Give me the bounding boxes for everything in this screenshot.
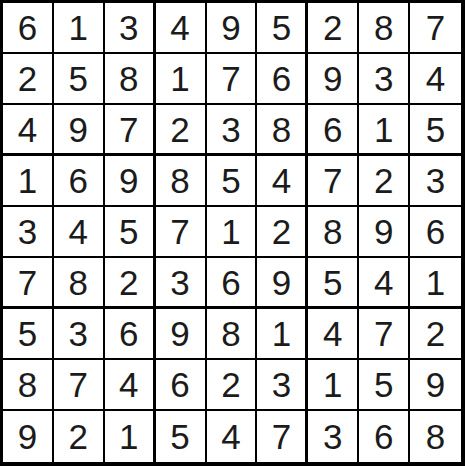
- cell-r6c5[interactable]: 6: [207, 258, 258, 309]
- cell-r4c2[interactable]: 6: [54, 156, 105, 207]
- cell-r3c8[interactable]: 1: [359, 105, 410, 156]
- cell-r1c1[interactable]: 6: [3, 3, 54, 54]
- cell-r7c5[interactable]: 8: [207, 309, 258, 360]
- cell-r2c2[interactable]: 5: [54, 54, 105, 105]
- cell-r9c8[interactable]: 6: [359, 411, 410, 462]
- cell-r1c2[interactable]: 1: [54, 3, 105, 54]
- cell-r9c4[interactable]: 5: [156, 411, 207, 462]
- cell-r2c4[interactable]: 1: [156, 54, 207, 105]
- cell-r4c9[interactable]: 3: [410, 156, 461, 207]
- cell-r1c6[interactable]: 5: [257, 3, 308, 54]
- cell-r2c3[interactable]: 8: [105, 54, 156, 105]
- cell-r5c5[interactable]: 1: [207, 207, 258, 258]
- cell-r4c5[interactable]: 5: [207, 156, 258, 207]
- cell-r7c9[interactable]: 2: [410, 309, 461, 360]
- cell-r1c5[interactable]: 9: [207, 3, 258, 54]
- cell-r7c1[interactable]: 5: [3, 309, 54, 360]
- cell-r9c7[interactable]: 3: [308, 411, 359, 462]
- cell-r5c1[interactable]: 3: [3, 207, 54, 258]
- cell-r3c3[interactable]: 7: [105, 105, 156, 156]
- cell-r3c6[interactable]: 8: [257, 105, 308, 156]
- cell-r8c6[interactable]: 3: [257, 360, 308, 411]
- cell-r7c6[interactable]: 1: [257, 309, 308, 360]
- cell-r7c3[interactable]: 6: [105, 309, 156, 360]
- cell-r3c5[interactable]: 3: [207, 105, 258, 156]
- cell-r8c1[interactable]: 8: [3, 360, 54, 411]
- cell-r6c9[interactable]: 1: [410, 258, 461, 309]
- cell-r8c9[interactable]: 9: [410, 360, 461, 411]
- cell-r7c7[interactable]: 4: [308, 309, 359, 360]
- cell-r3c4[interactable]: 2: [156, 105, 207, 156]
- cell-r2c5[interactable]: 7: [207, 54, 258, 105]
- cell-r8c5[interactable]: 2: [207, 360, 258, 411]
- cell-r8c2[interactable]: 7: [54, 360, 105, 411]
- cell-r4c6[interactable]: 4: [257, 156, 308, 207]
- cell-r5c2[interactable]: 4: [54, 207, 105, 258]
- cell-r7c4[interactable]: 9: [156, 309, 207, 360]
- cell-r9c5[interactable]: 4: [207, 411, 258, 462]
- cell-r2c6[interactable]: 6: [257, 54, 308, 105]
- cell-r5c9[interactable]: 6: [410, 207, 461, 258]
- cell-r4c8[interactable]: 2: [359, 156, 410, 207]
- cell-r8c4[interactable]: 6: [156, 360, 207, 411]
- cell-r1c4[interactable]: 4: [156, 3, 207, 54]
- cell-r4c1[interactable]: 1: [3, 156, 54, 207]
- cell-r6c8[interactable]: 4: [359, 258, 410, 309]
- cell-r8c8[interactable]: 5: [359, 360, 410, 411]
- cell-r9c1[interactable]: 9: [3, 411, 54, 462]
- cell-r6c4[interactable]: 3: [156, 258, 207, 309]
- cell-r4c7[interactable]: 7: [308, 156, 359, 207]
- cell-r6c1[interactable]: 7: [3, 258, 54, 309]
- cell-r4c3[interactable]: 9: [105, 156, 156, 207]
- cell-r9c2[interactable]: 2: [54, 411, 105, 462]
- cell-r4c4[interactable]: 8: [156, 156, 207, 207]
- cell-r8c7[interactable]: 1: [308, 360, 359, 411]
- cell-r6c6[interactable]: 9: [257, 258, 308, 309]
- cell-r2c9[interactable]: 4: [410, 54, 461, 105]
- cell-r6c3[interactable]: 2: [105, 258, 156, 309]
- cell-r6c7[interactable]: 5: [308, 258, 359, 309]
- cell-r3c9[interactable]: 5: [410, 105, 461, 156]
- cell-r1c7[interactable]: 2: [308, 3, 359, 54]
- cell-r5c7[interactable]: 8: [308, 207, 359, 258]
- cell-r9c3[interactable]: 1: [105, 411, 156, 462]
- cell-r7c8[interactable]: 7: [359, 309, 410, 360]
- cell-r5c3[interactable]: 5: [105, 207, 156, 258]
- cell-r8c3[interactable]: 4: [105, 360, 156, 411]
- cell-r7c2[interactable]: 3: [54, 309, 105, 360]
- cell-r2c8[interactable]: 3: [359, 54, 410, 105]
- cell-r9c9[interactable]: 8: [410, 411, 461, 462]
- cell-r3c7[interactable]: 6: [308, 105, 359, 156]
- cell-r2c7[interactable]: 9: [308, 54, 359, 105]
- cell-r9c6[interactable]: 7: [257, 411, 308, 462]
- cell-r5c6[interactable]: 2: [257, 207, 308, 258]
- cell-r1c3[interactable]: 3: [105, 3, 156, 54]
- cell-r5c4[interactable]: 7: [156, 207, 207, 258]
- cell-r1c9[interactable]: 7: [410, 3, 461, 54]
- cell-r2c1[interactable]: 2: [3, 54, 54, 105]
- cell-r3c1[interactable]: 4: [3, 105, 54, 156]
- cell-r1c8[interactable]: 8: [359, 3, 410, 54]
- cell-r6c2[interactable]: 8: [54, 258, 105, 309]
- cell-r3c2[interactable]: 9: [54, 105, 105, 156]
- cell-r5c8[interactable]: 9: [359, 207, 410, 258]
- sudoku-board: 6 1 3 4 9 5 2 8 7 2 5 8 1 7 6 9 3 4 4 9 …: [0, 0, 465, 466]
